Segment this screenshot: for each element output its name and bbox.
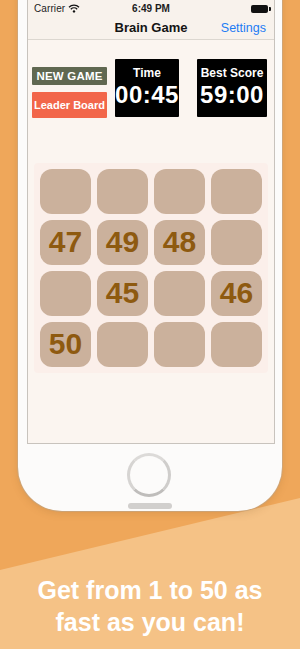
phone-bottom-port (128, 503, 172, 509)
caption-line-1: Get from 1 to 50 as (0, 574, 300, 606)
time-value: 00:45 (115, 81, 179, 109)
best-score-label: Best Score (201, 66, 264, 80)
app-store-screenshot: Carrier 6:49 PM Brain Game Settings (0, 0, 300, 649)
grid-cell-r3c4[interactable]: 46 (211, 271, 262, 316)
grid-cell-r2c2[interactable]: 49 (97, 220, 148, 265)
new-game-button[interactable]: NEW GAME (32, 67, 107, 85)
home-button[interactable] (127, 453, 171, 497)
grid-cell-r1c2[interactable] (97, 169, 148, 214)
best-score-value: 59:00 (200, 81, 264, 109)
grid-cell-r1c3[interactable] (154, 169, 205, 214)
grid-cell-r4c3[interactable] (154, 322, 205, 367)
grid-cell-r1c4[interactable] (211, 169, 262, 214)
controls-row: NEW GAME Leader Board Time 00:45 Best Sc… (32, 59, 270, 117)
iphone-frame: Carrier 6:49 PM Brain Game Settings (18, 0, 282, 511)
time-panel: Time 00:45 (115, 59, 179, 117)
settings-button[interactable]: Settings (221, 21, 266, 35)
grid-cell-r4c1[interactable]: 50 (40, 322, 91, 367)
game-board: 47 49 48 45 46 50 (34, 163, 268, 373)
best-score-panel: Best Score 59:00 (197, 59, 267, 117)
grid-cell-r2c4[interactable] (211, 220, 262, 265)
grid-cell-r2c1[interactable]: 47 (40, 220, 91, 265)
grid-cell-r3c1[interactable] (40, 271, 91, 316)
grid-cell-r2c3[interactable]: 48 (154, 220, 205, 265)
app-screen: Carrier 6:49 PM Brain Game Settings (27, 0, 275, 444)
caption-line-2: fast as you can! (0, 606, 300, 638)
status-clock: 6:49 PM (28, 3, 274, 14)
grid-cell-r1c1[interactable] (40, 169, 91, 214)
grid-cell-r4c2[interactable] (97, 322, 148, 367)
marketing-caption: Get from 1 to 50 as fast as you can! (0, 574, 300, 638)
navigation-bar: Brain Game Settings (28, 17, 274, 40)
battery-icon (251, 5, 268, 13)
grid-cell-r4c4[interactable] (211, 322, 262, 367)
status-bar: Carrier 6:49 PM (28, 0, 274, 17)
grid-cell-r3c2[interactable]: 45 (97, 271, 148, 316)
leader-board-button[interactable]: Leader Board (32, 92, 107, 118)
grid-cell-r3c3[interactable] (154, 271, 205, 316)
time-label: Time (133, 66, 161, 80)
